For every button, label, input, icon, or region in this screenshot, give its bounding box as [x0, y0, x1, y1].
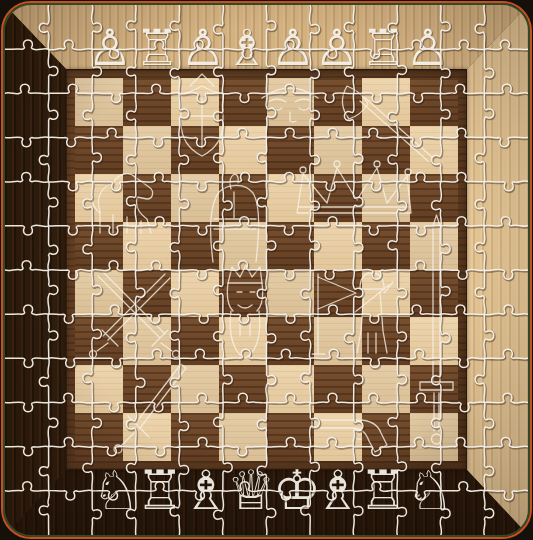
- whimsy-piece-top-7[interactable]: ♙: [406, 23, 451, 73]
- whimsy-piece-top-4[interactable]: ♙: [271, 23, 316, 73]
- square-d5: [219, 222, 267, 270]
- whimsy-piece-bot-6[interactable]: ♖: [359, 464, 407, 518]
- square-e8: [267, 78, 315, 126]
- square-a6: [75, 174, 123, 222]
- square-f4: [314, 270, 362, 318]
- square-a2: [75, 365, 123, 413]
- square-f3: [314, 317, 362, 365]
- square-e5: [267, 222, 315, 270]
- square-f5: [314, 222, 362, 270]
- square-e4: [267, 270, 315, 318]
- square-e1: [267, 413, 315, 461]
- square-b7: [123, 126, 171, 174]
- square-g1: [362, 413, 410, 461]
- whimsy-piece-top-0[interactable]: ♙: [88, 23, 133, 73]
- square-b1: [123, 413, 171, 461]
- square-h5: [410, 222, 458, 270]
- square-h2: [410, 365, 458, 413]
- whimsy-piece-bot-1[interactable]: ♖: [136, 464, 184, 518]
- square-b2: [123, 365, 171, 413]
- square-g8: [362, 78, 410, 126]
- whimsy-piece-top-3[interactable]: ♗: [225, 23, 270, 73]
- whimsy-piece-bot-2[interactable]: ♗: [182, 464, 230, 518]
- square-c1: [171, 413, 219, 461]
- square-a1: [75, 413, 123, 461]
- square-f6: [314, 174, 362, 222]
- square-b4: [123, 270, 171, 318]
- square-g2: [362, 365, 410, 413]
- whimsy-piece-bot-7[interactable]: ♘: [406, 464, 454, 518]
- square-d3: [219, 317, 267, 365]
- square-e6: [267, 174, 315, 222]
- whimsy-piece-top-2[interactable]: ♙: [181, 23, 226, 73]
- chessboard-jigsaw-puzzle[interactable]: ♙♖♙♗♙♙♖♙♘♖♗♕♔♗♖♘: [5, 5, 528, 535]
- square-d8: [219, 78, 267, 126]
- whimsy-piece-bot-5[interactable]: ♗: [314, 464, 362, 518]
- square-h8: [410, 78, 458, 126]
- square-b8: [123, 78, 171, 126]
- square-f8: [314, 78, 362, 126]
- square-e3: [267, 317, 315, 365]
- square-b5: [123, 222, 171, 270]
- square-h4: [410, 270, 458, 318]
- square-a8: [75, 78, 123, 126]
- screenshot-stage: ♙♖♙♗♙♙♖♙♘♖♗♕♔♗♖♘: [0, 0, 533, 540]
- square-g6: [362, 174, 410, 222]
- square-c3: [171, 317, 219, 365]
- whimsy-piece-top-5[interactable]: ♙: [315, 23, 360, 73]
- square-c7: [171, 126, 219, 174]
- chess-board: [75, 78, 458, 461]
- square-a5: [75, 222, 123, 270]
- square-d1: [219, 413, 267, 461]
- square-a3: [75, 317, 123, 365]
- square-e2: [267, 365, 315, 413]
- square-h1: [410, 413, 458, 461]
- square-g5: [362, 222, 410, 270]
- square-c2: [171, 365, 219, 413]
- whimsy-piece-top-1[interactable]: ♖: [135, 23, 180, 73]
- square-b6: [123, 174, 171, 222]
- square-h6: [410, 174, 458, 222]
- square-c6: [171, 174, 219, 222]
- square-h3: [410, 317, 458, 365]
- square-h7: [410, 126, 458, 174]
- square-f1: [314, 413, 362, 461]
- square-c5: [171, 222, 219, 270]
- square-f2: [314, 365, 362, 413]
- whimsy-piece-bot-0[interactable]: ♘: [92, 464, 140, 518]
- square-e7: [267, 126, 315, 174]
- square-g3: [362, 317, 410, 365]
- square-d2: [219, 365, 267, 413]
- square-d6: [219, 174, 267, 222]
- whimsy-piece-top-6[interactable]: ♖: [361, 23, 406, 73]
- square-a4: [75, 270, 123, 318]
- square-c8: [171, 78, 219, 126]
- whimsy-piece-bot-3[interactable]: ♕: [227, 464, 275, 518]
- square-g4: [362, 270, 410, 318]
- square-f7: [314, 126, 362, 174]
- square-a7: [75, 126, 123, 174]
- square-d4: [219, 270, 267, 318]
- square-g7: [362, 126, 410, 174]
- square-d7: [219, 126, 267, 174]
- square-b3: [123, 317, 171, 365]
- square-c4: [171, 270, 219, 318]
